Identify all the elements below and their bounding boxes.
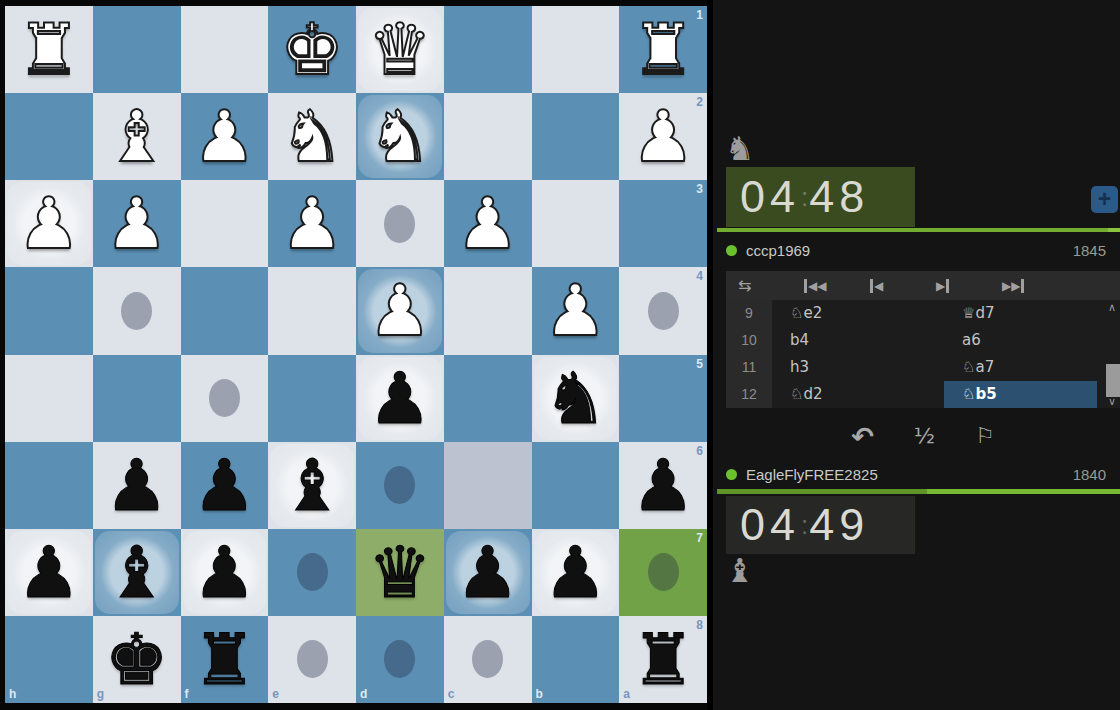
piece-white-rook-h1[interactable]: ♜	[5, 6, 93, 93]
flip-board-glyph: ⇆	[738, 276, 751, 295]
piece-black-pawn-c7[interactable]: ♟	[444, 529, 532, 616]
player-bottom-row: EagleFlyFREE2825 1840	[726, 461, 1113, 487]
square-a6[interactable]: ♟6	[619, 442, 707, 529]
piece-black-pawn-g6[interactable]: ♟	[93, 442, 181, 529]
square-c8[interactable]: c	[444, 616, 532, 703]
offer-draw-button[interactable]: ½	[914, 425, 935, 447]
square-b3[interactable]	[532, 180, 620, 267]
square-b8[interactable]: b	[532, 616, 620, 703]
move-row-11: 11h3♘a7	[726, 354, 1120, 381]
move-row-12: 12♘d2♘b5	[726, 381, 1120, 408]
rank-label-3: 3	[696, 182, 703, 196]
file-label-d: d	[360, 687, 367, 701]
move-number: 10	[726, 327, 772, 354]
piece-white-queen-d1[interactable]: ♛	[356, 6, 444, 93]
square-h1[interactable]: ♜	[5, 6, 93, 93]
piece-black-pawn-f7[interactable]: ♟	[181, 529, 269, 616]
piece-white-pawn-c3[interactable]: ♟	[444, 180, 532, 267]
move-number: 12	[726, 381, 772, 408]
square-f4[interactable]	[181, 267, 269, 354]
move-white-9[interactable]: ♘e2	[772, 300, 944, 327]
square-d1[interactable]: ♛	[356, 6, 444, 93]
square-c1[interactable]	[444, 6, 532, 93]
square-d2[interactable]: ♞	[356, 93, 444, 180]
piece-black-pawn-d5[interactable]: ♟	[356, 355, 444, 442]
square-d4[interactable]: ♟	[356, 267, 444, 354]
square-a7[interactable]: 7	[619, 529, 707, 616]
resign-flag-button[interactable]: ⚐	[975, 425, 995, 447]
piece-white-knight-e2[interactable]: ♞	[268, 93, 356, 180]
file-label-c: c	[448, 687, 455, 701]
square-f7[interactable]: ♟	[181, 529, 269, 616]
piece-white-pawn-d4[interactable]: ♟	[356, 267, 444, 354]
square-g1[interactable]	[93, 6, 181, 93]
piece-white-rook-a1[interactable]: ♜	[619, 6, 707, 93]
rank-label-4: 4	[696, 269, 703, 283]
square-h8[interactable]: h	[5, 616, 93, 703]
piece-white-pawn-a2[interactable]: ♟	[619, 93, 707, 180]
square-d8[interactable]: d	[356, 616, 444, 703]
square-d6[interactable]	[356, 442, 444, 529]
game-sidebar: ♞ 04:48 + cccp1969 1845 ⇆◀◀◀▶▶▶ 9♘e2♕d71…	[713, 0, 1120, 710]
piece-white-knight-d2[interactable]: ♞	[356, 93, 444, 180]
board-grid[interactable]: ♜♚♛♜1♝♟♞♞♟2♟♟♟♟3♟♟4♟♞5♟♟♝♟6♟♝♟♛♟♟7h♚g♜fe…	[5, 6, 707, 703]
piece-white-pawn-b4[interactable]: ♟	[532, 267, 620, 354]
move-dest-dot	[384, 640, 415, 678]
clock-bottom-seconds: 49	[809, 499, 869, 551]
player-bottom-name[interactable]: EagleFlyFREE2825	[746, 466, 878, 483]
square-b4[interactable]: ♟	[532, 267, 620, 354]
go-last-icon[interactable]: ▶▶	[1002, 279, 1068, 293]
move-dest-dot	[384, 466, 415, 504]
square-c5[interactable]	[444, 355, 532, 442]
square-b1[interactable]	[532, 6, 620, 93]
piece-black-pawn-a6[interactable]: ♟	[619, 442, 707, 529]
player-top-rating: 1845	[1073, 242, 1106, 259]
square-b7[interactable]: ♟	[532, 529, 620, 616]
rank-label-8: 8	[696, 618, 703, 632]
file-label-a: a	[623, 687, 630, 701]
square-f1[interactable]	[181, 6, 269, 93]
square-e7[interactable]	[268, 529, 356, 616]
piece-white-pawn-e3[interactable]: ♟	[268, 180, 356, 267]
square-d7[interactable]: ♛	[356, 529, 444, 616]
file-label-b: b	[536, 687, 543, 701]
move-black-11[interactable]: ♘a7	[944, 354, 1097, 381]
go-first-icon[interactable]: ◀◀	[804, 279, 870, 293]
move-nav-bar: ⇆◀◀◀▶▶▶	[726, 271, 1120, 300]
square-g2[interactable]: ♝	[93, 93, 181, 180]
go-next-glyph: ▶	[936, 279, 949, 293]
square-a4[interactable]: 4	[619, 267, 707, 354]
rank-label-7: 7	[696, 531, 703, 545]
square-h4[interactable]	[5, 267, 93, 354]
move-dest-dot	[472, 640, 503, 678]
square-h2[interactable]	[5, 93, 93, 180]
move-dest-dot	[209, 379, 240, 417]
move-dest-dot	[648, 553, 679, 591]
move-black-9[interactable]: ♕d7	[944, 300, 1097, 327]
rank-label-5: 5	[696, 357, 703, 371]
piece-black-rook-f8[interactable]: ♜	[181, 616, 269, 703]
square-f6[interactable]: ♟	[181, 442, 269, 529]
square-f3[interactable]	[181, 180, 269, 267]
piece-white-pawn-f2[interactable]: ♟	[181, 93, 269, 180]
square-g3[interactable]: ♟	[93, 180, 181, 267]
piece-black-pawn-f6[interactable]: ♟	[181, 442, 269, 529]
file-label-e: e	[272, 687, 279, 701]
piece-black-knight-b5[interactable]: ♞	[532, 355, 620, 442]
square-g4[interactable]	[93, 267, 181, 354]
rank-label-2: 2	[696, 95, 703, 109]
square-g7[interactable]: ♝	[93, 529, 181, 616]
clock-top-minutes: 04	[740, 171, 800, 223]
move-dest-dot	[121, 292, 152, 330]
square-e5[interactable]	[268, 355, 356, 442]
online-indicator-bottom	[726, 469, 737, 480]
move-dest-dot	[648, 292, 679, 330]
square-e6[interactable]: ♝	[268, 442, 356, 529]
move-white-12[interactable]: ♘d2	[772, 381, 944, 408]
scroll-up-icon[interactable]: ∧	[1104, 301, 1120, 314]
lichess-game-page: ♜♚♛♜1♝♟♞♞♟2♟♟♟♟3♟♟4♟♞5♟♟♝♟6♟♝♟♛♟♟7h♚g♜fe…	[0, 0, 1120, 710]
captured-bishop-icon: ♝	[725, 554, 755, 587]
rank-label-6: 6	[696, 444, 703, 458]
square-f8[interactable]: ♜f	[181, 616, 269, 703]
square-d5[interactable]: ♟	[356, 355, 444, 442]
square-c6[interactable]	[444, 442, 532, 529]
piece-black-bishop-g7[interactable]: ♝	[93, 529, 181, 616]
square-e2[interactable]: ♞	[268, 93, 356, 180]
piece-white-pawn-h3[interactable]: ♟	[5, 180, 93, 267]
square-c7[interactable]: ♟	[444, 529, 532, 616]
clock-colon: :	[801, 182, 808, 213]
square-g8[interactable]: ♚g	[93, 616, 181, 703]
piece-white-pawn-g3[interactable]: ♟	[93, 180, 181, 267]
go-first-glyph: ◀◀	[804, 279, 826, 293]
piece-black-pawn-h7[interactable]: ♟	[5, 529, 93, 616]
piece-black-rook-a8[interactable]: ♜	[619, 616, 707, 703]
move-row-9: 9♘e2♕d7	[726, 300, 1120, 327]
online-indicator-top	[726, 245, 737, 256]
player-bottom-rating: 1840	[1073, 466, 1106, 483]
clock-colon: :	[801, 510, 808, 541]
square-g6[interactable]: ♟	[93, 442, 181, 529]
square-c3[interactable]: ♟	[444, 180, 532, 267]
move-dest-dot	[384, 205, 415, 243]
takeback-button[interactable]: ↶	[851, 423, 874, 450]
go-prev-icon[interactable]: ◀	[870, 279, 936, 293]
clock-top-seconds: 48	[809, 171, 869, 223]
square-h3[interactable]: ♟	[5, 180, 93, 267]
flip-board-icon[interactable]: ⇆	[738, 276, 804, 295]
scroll-down-icon[interactable]: ∨	[1104, 395, 1120, 408]
player-top-name[interactable]: cccp1969	[746, 242, 810, 259]
square-g5[interactable]	[93, 355, 181, 442]
go-last-glyph: ▶▶	[1002, 279, 1024, 293]
square-h5[interactable]	[5, 355, 93, 442]
move-black-12[interactable]: ♘b5	[944, 381, 1097, 408]
captured-knight-icon: ♞	[725, 132, 755, 165]
square-f2[interactable]: ♟	[181, 93, 269, 180]
give-more-time-button[interactable]: +	[1091, 186, 1118, 213]
square-a5[interactable]: 5	[619, 355, 707, 442]
square-b5[interactable]: ♞	[532, 355, 620, 442]
square-h6[interactable]	[5, 442, 93, 529]
square-c2[interactable]	[444, 93, 532, 180]
square-c4[interactable]	[444, 267, 532, 354]
move-white-10[interactable]: b4	[772, 327, 944, 354]
square-b6[interactable]	[532, 442, 620, 529]
clock-top: 04:48	[726, 167, 915, 227]
square-e8[interactable]: e	[268, 616, 356, 703]
scrollbar-thumb[interactable]	[1106, 364, 1120, 397]
clock-progress-bar-bottom	[717, 489, 1120, 494]
square-a3[interactable]: 3	[619, 180, 707, 267]
square-d3[interactable]	[356, 180, 444, 267]
game-action-buttons: ↶½⚐	[726, 418, 1120, 454]
file-label-f: f	[185, 687, 189, 701]
go-next-icon[interactable]: ▶	[936, 279, 1002, 293]
piece-black-bishop-e6[interactable]: ♝	[268, 442, 356, 529]
square-h7[interactable]: ♟	[5, 529, 93, 616]
move-row-10: 10b4a6	[726, 327, 1120, 354]
clock-bottom: 04:49	[726, 496, 915, 554]
square-e3[interactable]: ♟	[268, 180, 356, 267]
go-prev-glyph: ◀	[870, 279, 883, 293]
piece-black-king-g8[interactable]: ♚	[93, 616, 181, 703]
square-a2[interactable]: ♟2	[619, 93, 707, 180]
move-black-10[interactable]: a6	[944, 327, 1097, 354]
rank-label-1: 1	[696, 8, 703, 22]
move-dest-dot	[297, 640, 328, 678]
move-white-11[interactable]: h3	[772, 354, 944, 381]
move-number: 9	[726, 300, 772, 327]
square-e4[interactable]	[268, 267, 356, 354]
move-list: 9♘e2♕d710b4a611h3♘a712♘d2♘b5	[726, 300, 1120, 408]
clock-progress-bar-top	[717, 228, 1120, 232]
move-dest-dot	[297, 553, 328, 591]
square-a8[interactable]: ♜8a	[619, 616, 707, 703]
square-a1[interactable]: ♜1	[619, 6, 707, 93]
file-label-h: h	[9, 687, 16, 701]
chess-board: ♜♚♛♜1♝♟♞♞♟2♟♟♟♟3♟♟4♟♞5♟♟♝♟6♟♝♟♛♟♟7h♚g♜fe…	[0, 0, 707, 710]
player-top-row: cccp1969 1845	[726, 237, 1113, 263]
piece-black-queen-d7[interactable]: ♛	[356, 529, 444, 616]
square-b2[interactable]	[532, 93, 620, 180]
square-e1[interactable]: ♚	[268, 6, 356, 93]
file-label-g: g	[97, 687, 104, 701]
clock-bottom-minutes: 04	[740, 499, 800, 551]
piece-white-king-e1[interactable]: ♚	[268, 6, 356, 93]
square-f5[interactable]	[181, 355, 269, 442]
piece-white-bishop-g2[interactable]: ♝	[93, 93, 181, 180]
move-number: 11	[726, 354, 772, 381]
piece-black-pawn-b7[interactable]: ♟	[532, 529, 620, 616]
